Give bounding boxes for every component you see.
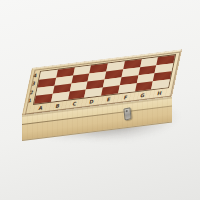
product-photo-scene: 4321 ABCDEFGH bbox=[0, 0, 200, 200]
metal-clasp-icon bbox=[123, 107, 131, 120]
clasp-pin bbox=[126, 110, 128, 112]
